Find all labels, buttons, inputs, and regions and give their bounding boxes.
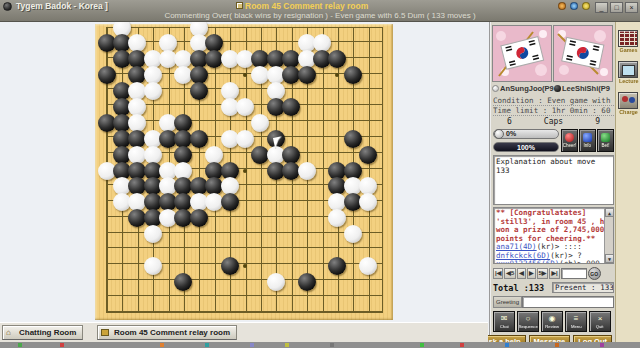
bet-dice-icon [601, 133, 610, 142]
black-stone [298, 273, 316, 291]
white-stone [251, 114, 269, 132]
black-stone [328, 50, 346, 68]
menu-icon: ≡ [574, 314, 579, 323]
greeting-label: Greeting [493, 296, 522, 308]
sequence-button[interactable]: ○Sequence [517, 311, 539, 332]
black-stone [174, 273, 192, 291]
black-support-gauge[interactable]: 100% [493, 142, 559, 152]
quit-icon: × [598, 314, 603, 323]
bet-label: Bet! [601, 142, 609, 147]
white-stone [144, 225, 162, 243]
restore-button[interactable]: □ [610, 2, 623, 13]
lecture-tool[interactable]: Lecture [618, 61, 639, 84]
explanation-box: Explanation about move 133 [493, 155, 614, 205]
white-stone-icon [492, 85, 499, 92]
black-stone [359, 146, 377, 164]
title-bar: Tygem Badok - Korea ] Room 45 Comment re… [0, 0, 640, 22]
white-player-name: AnSungJoo(P9 [500, 84, 554, 93]
move-navigation: |◀ ◀5 ◀ ▶ 5▶ ▶| GO [493, 266, 614, 280]
charge-tool[interactable]: Charge [618, 92, 639, 115]
cheer-ball-icon [565, 133, 574, 142]
game-info-panel: AnSungJoo(P9 LeeShiShi(P9 Condition : Ev… [489, 22, 615, 348]
taskbar-app-icon[interactable] [420, 343, 424, 347]
white-captures: 6 [507, 117, 512, 126]
nav-forward-button[interactable]: ▶ [527, 268, 536, 279]
black-player-name: LeeShiShi(P9 [562, 84, 610, 93]
black-stone [190, 130, 208, 148]
taskbar-app-icon[interactable] [330, 343, 334, 347]
black-stone [98, 66, 116, 84]
black-stone [221, 193, 239, 211]
window-title: Tygem Badok - Korea ] [16, 1, 108, 11]
taskbar-app-icon[interactable] [505, 343, 509, 347]
minimize-button[interactable]: _ [595, 2, 608, 13]
white-stone [359, 193, 377, 211]
system-message: ** [Congratulatates] 'still3', in room 4… [496, 209, 611, 243]
white-stone [144, 146, 162, 164]
taskbar-app-icon[interactable] [250, 343, 254, 347]
white-stone [267, 273, 285, 291]
menu-button[interactable]: ≡Menu [565, 311, 587, 332]
room-title: Room 45 Comment relay room [245, 1, 368, 11]
go-to-move-button[interactable]: GO [588, 267, 601, 280]
nav-forward5-button[interactable]: 5▶ [537, 268, 549, 279]
nav-back-button[interactable]: ◀ [517, 268, 526, 279]
scroll-up-icon[interactable]: ▲ [605, 208, 614, 217]
black-stone [344, 130, 362, 148]
taskbar-app-icon[interactable] [460, 343, 464, 347]
white-stone [236, 130, 254, 148]
quit-button[interactable]: ×Quit [589, 311, 611, 332]
black-stone [190, 209, 208, 227]
taskbar-app-icon[interactable] [60, 343, 64, 347]
black-stone [344, 66, 362, 84]
info-label: Info [584, 142, 592, 147]
app-icon [3, 2, 12, 11]
taskbar-app-icon[interactable] [18, 343, 22, 347]
black-player-flag [553, 25, 613, 82]
taskbar-app-icon[interactable] [555, 343, 559, 347]
lecture-tv-icon [618, 61, 638, 78]
taskbar-sliver[interactable] [0, 342, 640, 348]
white-stone [236, 98, 254, 116]
games-tool[interactable]: Games [618, 30, 639, 53]
taskbar-app-icon[interactable] [160, 343, 164, 347]
black-support-pct: 100% [494, 144, 558, 151]
bet-button[interactable]: Bet! [597, 129, 614, 152]
greeting-input[interactable] [522, 296, 614, 308]
move-number-input[interactable] [561, 268, 587, 279]
white-support-gauge[interactable]: 0% [493, 129, 559, 139]
condition-line: Condition : Even game with 6.5 D [493, 96, 614, 106]
black-captures: 9 [595, 117, 600, 126]
home-icon: ⌂ [6, 329, 15, 337]
white-stone [344, 225, 362, 243]
game-status-line: Commenting Over( black wins by resignati… [0, 11, 640, 20]
cheer-label: Cheer! [563, 142, 577, 147]
nav-first-button[interactable]: |◀ [493, 268, 503, 279]
gauge-knob[interactable] [494, 129, 504, 139]
captures-label: Caps [544, 117, 563, 126]
scroll-down-icon[interactable]: ▼ [605, 254, 614, 263]
player-flags [492, 25, 613, 82]
palette-icon[interactable] [558, 2, 566, 10]
board-grid[interactable] [99, 22, 392, 322]
chat-scrollbar[interactable]: ▲ ▼ [604, 208, 613, 263]
black-player[interactable]: LeeShiShi(P9 [554, 84, 616, 93]
greeting-row: Greeting [493, 296, 614, 308]
betting-gauges: 0% 100% [493, 129, 559, 155]
white-stone [298, 162, 316, 180]
mini-buttons: Cheer! Info Bet! [561, 129, 614, 152]
star-point [243, 169, 247, 173]
totals-row: Total :133 Present : 133 [493, 282, 614, 293]
tray-icons [558, 2, 590, 10]
white-player-flag [492, 25, 552, 82]
globe-icon[interactable] [570, 2, 578, 10]
room-icon [236, 2, 243, 9]
taskbar-app-icon[interactable] [600, 343, 604, 347]
black-stone [190, 82, 208, 100]
black-stone [174, 146, 192, 164]
taskbar-app-icon[interactable] [205, 343, 209, 347]
white-support-pct: 0% [506, 130, 516, 137]
cheer-button[interactable]: Cheer! [561, 129, 578, 152]
white-stone [144, 257, 162, 275]
present-move: Present : 133 [552, 282, 614, 293]
white-player[interactable]: AnSungJoo(P9 [492, 84, 554, 93]
taskbar-app-icon[interactable] [285, 343, 289, 347]
total-moves: Total :133 [493, 283, 544, 293]
chat-button[interactable]: ✉Chat [493, 311, 515, 332]
close-button[interactable]: × [625, 2, 638, 13]
board-panel [0, 22, 488, 322]
room-tab-icon [101, 329, 109, 336]
nav-last-button[interactable]: ▶| [549, 268, 559, 279]
captures-row: 6 Caps 9 [493, 117, 614, 126]
chat-icon: ✉ [501, 314, 508, 323]
white-stone [359, 257, 377, 275]
review-button[interactable]: ◉Review [541, 311, 563, 332]
white-stone [144, 82, 162, 100]
tab-room45[interactable]: Room 45 Comment relay room [97, 325, 237, 340]
chat-line[interactable]: xxx0122456(6D)(ch)> 000 [496, 260, 611, 264]
chat-box[interactable]: ** [Congratulatates] 'still3', in room 4… [493, 207, 614, 264]
black-stone-icon [554, 85, 561, 92]
info-button[interactable]: Info [579, 129, 596, 152]
games-grid-icon [618, 30, 638, 47]
star-point [243, 73, 247, 77]
bulb-icon[interactable] [582, 2, 590, 10]
time-limit-line: Time limit : 1hr 0min : 60 Sec / [493, 106, 614, 116]
tab-bar: ⌂ Chatting Room Room 45 Comment relay ro… [0, 322, 488, 342]
black-stone [298, 66, 316, 84]
black-stone [282, 98, 300, 116]
star-point [335, 73, 339, 77]
action-buttons: ✉Chat ○Sequence ◉Review ≡Menu ×Quit [493, 311, 614, 332]
white-stone [205, 146, 223, 164]
info-icon [583, 133, 592, 142]
black-stone [282, 146, 300, 164]
charge-people-icon [618, 92, 638, 109]
star-point [243, 264, 247, 268]
black-stone [221, 257, 239, 275]
tool-strip: Games Lecture Charge [615, 22, 640, 348]
review-icon: ◉ [549, 314, 556, 323]
go-board[interactable] [95, 24, 393, 320]
black-stone [328, 257, 346, 275]
sequence-icon: ○ [526, 314, 531, 323]
app-window: Tygem Badok - Korea ] Room 45 Comment re… [0, 0, 640, 348]
white-stone [328, 209, 346, 227]
nav-back5-button[interactable]: ◀5 [504, 268, 516, 279]
tab-chatting-room[interactable]: ⌂ Chatting Room [2, 325, 83, 340]
